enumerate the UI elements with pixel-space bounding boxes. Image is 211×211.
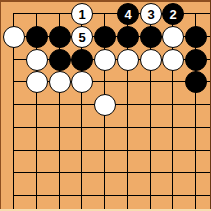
move-number-label: 4 (124, 8, 131, 21)
stone-black[interactable] (49, 26, 71, 48)
stone-white[interactable]: 5 (71, 26, 93, 48)
stone-white[interactable]: 3 (140, 3, 162, 25)
stone-black[interactable] (185, 26, 207, 48)
frame-right (210, 0, 211, 211)
stone-white[interactable] (117, 49, 139, 71)
move-number-label: 2 (169, 8, 176, 21)
stone-black[interactable]: 2 (162, 3, 184, 25)
stone-white[interactable] (94, 94, 116, 116)
move-number-label: 3 (147, 8, 154, 21)
stone-white[interactable] (26, 49, 48, 71)
stone-white[interactable] (49, 71, 71, 93)
stone-white[interactable] (94, 49, 116, 71)
stone-white[interactable] (3, 26, 25, 48)
stone-white[interactable] (162, 26, 184, 48)
stone-black[interactable] (71, 49, 93, 71)
frame-left (0, 0, 1, 211)
stone-black[interactable]: 4 (117, 3, 139, 25)
stone-black[interactable] (94, 26, 116, 48)
move-number-label: 1 (78, 8, 85, 21)
go-board: 14325 (0, 0, 211, 211)
move-number-label: 5 (78, 31, 85, 44)
stone-black[interactable] (117, 26, 139, 48)
stone-black[interactable] (140, 26, 162, 48)
stone-black[interactable] (185, 49, 207, 71)
stone-white[interactable] (140, 49, 162, 71)
grid-line-horizontal (13, 127, 211, 128)
grid-line-horizontal (13, 150, 211, 151)
stone-white[interactable]: 1 (71, 3, 93, 25)
frame-bottom (0, 209, 211, 211)
stone-black[interactable] (49, 49, 71, 71)
grid-line-horizontal (13, 195, 211, 196)
stone-white[interactable] (71, 71, 93, 93)
stone-black[interactable] (185, 71, 207, 93)
stone-black[interactable] (26, 26, 48, 48)
stone-white[interactable] (26, 71, 48, 93)
frame-top (0, 0, 211, 2)
grid-line-horizontal (13, 172, 211, 173)
stone-white[interactable] (162, 49, 184, 71)
